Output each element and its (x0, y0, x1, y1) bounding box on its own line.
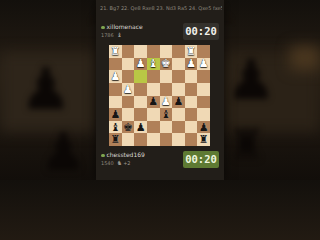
square-d2[interactable]: ♚ (160, 58, 173, 71)
square-g6[interactable] (122, 108, 135, 121)
black-bishop-piece[interactable]: ♝ (161, 109, 171, 120)
square-a1[interactable] (197, 45, 210, 58)
chess-app-panel: 21. Bg7 22. Qe8 Rxe8 23. Nd3 Ra5 24. Qxe… (96, 0, 224, 180)
move-list[interactable]: 21. Bg7 22. Qe8 Rxe8 23. Nd3 Ra5 24. Qxe… (100, 4, 222, 13)
player-top-name: xillomenace (107, 23, 143, 30)
square-d7[interactable] (160, 121, 173, 134)
square-e3[interactable] (147, 70, 160, 83)
captured-bishop-icon: ♝ (117, 31, 122, 38)
square-b7[interactable] (185, 121, 198, 134)
player-top-rating-row: 1786♝ (101, 31, 181, 39)
bg-pawn-icon: ♟ (20, 60, 72, 118)
square-d8[interactable] (160, 133, 173, 146)
clock-top: 00:20 (183, 23, 219, 40)
square-f2[interactable]: ♟ (134, 58, 147, 71)
black-pawn-piece[interactable]: ♟ (148, 96, 158, 107)
player-top: xillomenace 1786♝ (101, 23, 181, 39)
black-bishop-piece[interactable]: ♝ (110, 122, 120, 133)
player-bottom: chessted169 1540♞+2 (101, 151, 181, 167)
white-rook-piece[interactable]: ♜ (110, 46, 120, 57)
square-f8[interactable] (134, 133, 147, 146)
square-b5[interactable] (185, 96, 198, 109)
square-c8[interactable] (172, 133, 185, 146)
square-g5[interactable] (122, 96, 135, 109)
square-a5[interactable] (197, 96, 210, 109)
bg-rook-icon: ♜ (228, 124, 266, 166)
square-h1[interactable]: ♜ (109, 45, 122, 58)
player-bottom-name-row[interactable]: chessted169 (101, 151, 181, 159)
white-pawn-piece[interactable]: ♟ (186, 58, 196, 69)
square-b6[interactable] (185, 108, 198, 121)
black-pawn-piece[interactable]: ♟ (199, 122, 209, 133)
square-f7[interactable]: ♟ (134, 121, 147, 134)
square-g8[interactable] (122, 133, 135, 146)
square-h8[interactable]: ♜ (109, 133, 122, 146)
square-g2[interactable] (122, 58, 135, 71)
white-bishop-piece[interactable]: ♝ (148, 58, 158, 69)
square-h3[interactable]: ♟ (109, 70, 122, 83)
square-f4[interactable] (134, 83, 147, 96)
player-bottom-name: chessted169 (107, 151, 145, 158)
square-a8[interactable]: ♜ (197, 133, 210, 146)
square-c2[interactable] (172, 58, 185, 71)
square-f5[interactable] (134, 96, 147, 109)
white-pawn-piece[interactable]: ♟ (110, 71, 120, 82)
white-pawn-piece[interactable]: ♟ (136, 58, 146, 69)
square-b2[interactable]: ♟ (185, 58, 198, 71)
square-f1[interactable] (134, 45, 147, 58)
player-bottom-rating-row: 1540♞+2 (101, 159, 181, 167)
square-c1[interactable] (172, 45, 185, 58)
square-d5[interactable]: ♟ (160, 96, 173, 109)
bg-pawn-icon: ♟ (226, 52, 276, 108)
square-f3[interactable] (134, 70, 147, 83)
white-pawn-piece[interactable]: ♟ (123, 84, 133, 95)
background-light-patch (290, 46, 320, 70)
square-e4[interactable] (147, 83, 160, 96)
white-rook-piece[interactable]: ♜ (186, 46, 196, 57)
square-c4[interactable] (172, 83, 185, 96)
square-b8[interactable] (185, 133, 198, 146)
square-d6[interactable]: ♝ (160, 108, 173, 121)
black-pawn-piece[interactable]: ♟ (136, 122, 146, 133)
square-d4[interactable] (160, 83, 173, 96)
player-top-rating: 1786 (101, 32, 114, 38)
black-pawn-piece[interactable]: ♟ (174, 96, 184, 107)
square-c3[interactable] (172, 70, 185, 83)
square-g4[interactable]: ♟ (122, 83, 135, 96)
square-h5[interactable] (109, 96, 122, 109)
online-dot (101, 154, 105, 158)
white-king-piece[interactable]: ♚ (161, 58, 171, 69)
square-b4[interactable] (185, 83, 198, 96)
square-h6[interactable]: ♟ (109, 108, 122, 121)
square-e6[interactable] (147, 108, 160, 121)
square-e5[interactable]: ♟ (147, 96, 160, 109)
square-f6[interactable] (134, 108, 147, 121)
square-d1[interactable] (160, 45, 173, 58)
square-g7[interactable]: ♚ (122, 121, 135, 134)
square-c5[interactable]: ♟ (172, 96, 185, 109)
square-c6[interactable] (172, 108, 185, 121)
player-bottom-rating: 1540 (101, 160, 114, 166)
white-pawn-piece[interactable]: ♟ (199, 58, 209, 69)
square-b1[interactable]: ♜ (185, 45, 198, 58)
square-d3[interactable] (160, 70, 173, 83)
black-rook-piece[interactable]: ♜ (199, 134, 209, 145)
square-g3[interactable] (122, 70, 135, 83)
black-king-piece[interactable]: ♚ (123, 122, 133, 133)
square-a2[interactable]: ♟ (197, 58, 210, 71)
bg-pawn-icon: ♟ (40, 126, 87, 178)
square-g1[interactable] (122, 45, 135, 58)
captured-knight-icon: ♞ (117, 159, 122, 166)
square-a7[interactable]: ♟ (197, 121, 210, 134)
clock-bottom: 00:20 (183, 151, 219, 168)
square-e8[interactable] (147, 133, 160, 146)
square-c7[interactable] (172, 121, 185, 134)
square-h2[interactable] (109, 58, 122, 71)
square-a3[interactable] (197, 70, 210, 83)
square-a6[interactable] (197, 108, 210, 121)
square-a4[interactable] (197, 83, 210, 96)
player-top-name-row[interactable]: xillomenace (101, 23, 181, 31)
online-dot (101, 26, 105, 30)
square-b3[interactable] (185, 70, 198, 83)
material-badge: +2 (123, 160, 130, 166)
black-pawn-piece[interactable]: ♟ (110, 109, 120, 120)
square-e2[interactable]: ♝ (147, 58, 160, 71)
square-h4[interactable] (109, 83, 122, 96)
move-history: 21. Bg7 22. Qe8 Rxe8 23. Nd3 Ra5 24. Qxe… (100, 5, 222, 11)
square-h7[interactable]: ♝ (109, 121, 122, 134)
square-e1[interactable] (147, 45, 160, 58)
square-e7[interactable] (147, 121, 160, 134)
white-pawn-piece[interactable]: ♟ (161, 96, 171, 107)
black-rook-piece[interactable]: ♜ (110, 134, 120, 145)
board: ♜♜♟♝♚♟♟♟♟♟♟♟♟♝♝♚♟♟♜♜ (109, 45, 210, 146)
